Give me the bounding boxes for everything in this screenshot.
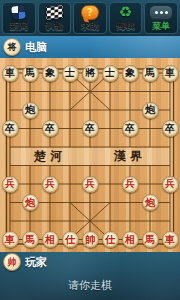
intersection-1-5[interactable]: [100, 82, 120, 101]
black-elephant-piece[interactable]: 象: [122, 65, 139, 82]
intersection-2-2[interactable]: [40, 101, 60, 120]
intersection-8-4[interactable]: [80, 212, 100, 231]
resign-label: 认输: [45, 21, 63, 32]
player-bar: 帅 玩家: [0, 252, 180, 272]
black-soldier-piece[interactable]: 卒: [42, 120, 59, 137]
intersection-9-7[interactable]: 馬: [140, 230, 160, 249]
intersection-4-4[interactable]: [80, 138, 100, 157]
intersection-3-7[interactable]: [140, 119, 160, 138]
black-soldier-piece[interactable]: 卒: [82, 120, 99, 137]
intersection-4-8[interactable]: [160, 138, 180, 157]
help-icon: ?: [81, 5, 99, 21]
intersection-7-2[interactable]: [40, 193, 60, 212]
intersection-2-5[interactable]: [100, 101, 120, 120]
intersection-4-2[interactable]: [40, 138, 60, 157]
intersection-0-6[interactable]: 象: [120, 64, 140, 83]
intersection-2-4[interactable]: [80, 101, 100, 120]
black-elephant-piece[interactable]: 象: [42, 65, 59, 82]
intersection-8-3[interactable]: [60, 212, 80, 231]
intersection-3-4[interactable]: 卒: [80, 119, 100, 138]
red-soldier-piece[interactable]: 兵: [82, 176, 99, 193]
intersection-5-4[interactable]: [80, 156, 100, 175]
opponent-bar: 将 电脑: [0, 36, 180, 58]
intersection-8-8[interactable]: [160, 212, 180, 231]
intersection-2-1[interactable]: 炮: [20, 101, 40, 120]
black-advisor-piece[interactable]: 士: [102, 65, 119, 82]
black-advisor-piece[interactable]: 士: [62, 65, 79, 82]
black-horse-piece[interactable]: 馬: [22, 65, 39, 82]
xiangqi-app: 新局 认输 ? 求助 ♻ 悔棋 菜单 将 电脑: [0, 0, 180, 300]
undo-icon: ♻: [119, 5, 132, 21]
intersection-7-3[interactable]: [60, 193, 80, 212]
intersection-0-0[interactable]: 車: [0, 64, 20, 83]
intersection-9-4[interactable]: 帥: [80, 230, 100, 249]
intersection-7-6[interactable]: [120, 193, 140, 212]
black-chariot-piece[interactable]: 車: [162, 65, 179, 82]
black-cannon-piece[interactable]: 炮: [142, 102, 159, 119]
intersection-1-0[interactable]: [0, 82, 20, 101]
intersection-5-7[interactable]: [140, 156, 160, 175]
intersection-4-1[interactable]: [20, 138, 40, 157]
red-advisor-piece[interactable]: 仕: [62, 231, 79, 248]
intersection-1-1[interactable]: [20, 82, 40, 101]
intersection-4-7[interactable]: [140, 138, 160, 157]
intersection-4-0[interactable]: [0, 138, 20, 157]
intersection-6-3[interactable]: [60, 175, 80, 194]
intersection-6-7[interactable]: [140, 175, 160, 194]
intersection-9-2[interactable]: 相: [40, 230, 60, 249]
black-soldier-piece[interactable]: 卒: [162, 120, 179, 137]
intersection-7-7[interactable]: 炮: [140, 193, 160, 212]
intersection-0-2[interactable]: 象: [40, 64, 60, 83]
intersection-5-2[interactable]: [40, 156, 60, 175]
red-general-piece[interactable]: 帥: [82, 231, 99, 248]
intersection-5-8[interactable]: [160, 156, 180, 175]
intersection-2-0[interactable]: [0, 101, 20, 120]
resign-button[interactable]: 认输: [38, 2, 72, 34]
undo-label: 悔棋: [117, 21, 135, 32]
intersection-0-4[interactable]: 將: [80, 64, 100, 83]
black-horse-piece[interactable]: 馬: [142, 65, 159, 82]
intersection-3-6[interactable]: 卒: [120, 119, 140, 138]
help-button[interactable]: ? 求助: [73, 2, 107, 34]
red-chariot-piece[interactable]: 車: [2, 231, 19, 248]
intersection-9-5[interactable]: 仕: [100, 230, 120, 249]
xiangqi-board: 楚河 漢界 車馬象士將士象馬車炮炮卒卒卒卒卒兵兵兵兵兵炮炮車馬相仕帥仕相馬車: [0, 58, 180, 252]
red-chariot-piece[interactable]: 車: [162, 231, 179, 248]
intersection-7-1[interactable]: 炮: [20, 193, 40, 212]
intersection-7-4[interactable]: [80, 193, 100, 212]
intersection-5-1[interactable]: [20, 156, 40, 175]
intersection-3-0[interactable]: 卒: [0, 119, 20, 138]
intersection-0-5[interactable]: 士: [100, 64, 120, 83]
intersection-1-7[interactable]: [140, 82, 160, 101]
intersection-2-8[interactable]: [160, 101, 180, 120]
red-soldier-piece[interactable]: 兵: [162, 176, 179, 193]
new-game-icon: [12, 5, 25, 21]
red-soldier-piece[interactable]: 兵: [2, 176, 19, 193]
intersection-7-8[interactable]: [160, 193, 180, 212]
intersection-1-3[interactable]: [60, 82, 80, 101]
intersection-6-0[interactable]: 兵: [0, 175, 20, 194]
intersection-1-4[interactable]: [80, 82, 100, 101]
intersection-8-2[interactable]: [40, 212, 60, 231]
black-chariot-piece[interactable]: 車: [2, 65, 19, 82]
intersection-8-0[interactable]: [0, 212, 20, 231]
intersection-5-3[interactable]: [60, 156, 80, 175]
intersection-6-2[interactable]: 兵: [40, 175, 60, 194]
intersection-0-8[interactable]: 車: [160, 64, 180, 83]
menu-icon: [149, 5, 173, 21]
intersection-1-2[interactable]: [40, 82, 60, 101]
intersection-4-5[interactable]: [100, 138, 120, 157]
intersection-0-3[interactable]: 士: [60, 64, 80, 83]
intersection-5-6[interactable]: [120, 156, 140, 175]
intersection-1-6[interactable]: [120, 82, 140, 101]
black-soldier-piece[interactable]: 卒: [2, 120, 19, 137]
bottom-panel: 帅 玩家 请你走棋: [0, 252, 180, 300]
intersection-2-7[interactable]: 炮: [140, 101, 160, 120]
intersection-5-0[interactable]: [0, 156, 20, 175]
black-general-piece[interactable]: 將: [82, 65, 99, 82]
red-soldier-piece[interactable]: 兵: [42, 176, 59, 193]
intersection-5-5[interactable]: [100, 156, 120, 175]
intersection-3-2[interactable]: 卒: [40, 119, 60, 138]
new-game-button[interactable]: 新局: [2, 2, 36, 34]
new-game-label: 新局: [10, 21, 28, 32]
menu-button[interactable]: 菜单: [144, 2, 178, 34]
resign-icon: [46, 5, 63, 21]
red-cannon-piece[interactable]: 炮: [142, 194, 159, 211]
black-general-seat-icon: 将: [3, 38, 21, 56]
intersection-8-1[interactable]: [20, 212, 40, 231]
intersection-0-1[interactable]: 馬: [20, 64, 40, 83]
intersection-8-5[interactable]: [100, 212, 120, 231]
red-elephant-piece[interactable]: 相: [42, 231, 59, 248]
black-cannon-piece[interactable]: 炮: [22, 102, 39, 119]
intersection-3-1[interactable]: [20, 119, 40, 138]
intersection-2-6[interactable]: [120, 101, 140, 120]
toolbar: 新局 认输 ? 求助 ♻ 悔棋 菜单: [0, 0, 180, 36]
red-horse-piece[interactable]: 馬: [142, 231, 159, 248]
intersection-3-8[interactable]: 卒: [160, 119, 180, 138]
intersection-6-1[interactable]: [20, 175, 40, 194]
board-grid: 車馬象士將士象馬車炮炮卒卒卒卒卒兵兵兵兵兵炮炮車馬相仕帥仕相馬車: [0, 64, 180, 249]
red-advisor-piece[interactable]: 仕: [102, 231, 119, 248]
intersection-1-8[interactable]: [160, 82, 180, 101]
intersection-9-0[interactable]: 車: [0, 230, 20, 249]
intersection-6-8[interactable]: 兵: [160, 175, 180, 194]
intersection-3-5[interactable]: [100, 119, 120, 138]
red-elephant-piece[interactable]: 相: [122, 231, 139, 248]
red-horse-piece[interactable]: 馬: [22, 231, 39, 248]
intersection-2-3[interactable]: [60, 101, 80, 120]
intersection-3-3[interactable]: [60, 119, 80, 138]
player-name: 玩家: [25, 255, 47, 270]
menu-label: 菜单: [152, 21, 170, 32]
intersection-7-0[interactable]: [0, 193, 20, 212]
intersection-9-8[interactable]: 車: [160, 230, 180, 249]
intersection-4-6[interactable]: [120, 138, 140, 157]
help-label: 求助: [81, 21, 99, 32]
intersection-4-3[interactable]: [60, 138, 80, 157]
intersection-7-5[interactable]: [100, 193, 120, 212]
intersection-6-5[interactable]: [100, 175, 120, 194]
red-general-seat-icon: 帅: [3, 253, 21, 271]
intersection-6-6[interactable]: 兵: [120, 175, 140, 194]
red-soldier-piece[interactable]: 兵: [122, 176, 139, 193]
intersection-8-7[interactable]: [140, 212, 160, 231]
intersection-9-1[interactable]: 馬: [20, 230, 40, 249]
status-bar: 请你走棋: [0, 272, 180, 298]
intersection-9-3[interactable]: 仕: [60, 230, 80, 249]
intersection-6-4[interactable]: 兵: [80, 175, 100, 194]
intersection-8-6[interactable]: [120, 212, 140, 231]
intersection-9-6[interactable]: 相: [120, 230, 140, 249]
black-soldier-piece[interactable]: 卒: [122, 120, 139, 137]
red-cannon-piece[interactable]: 炮: [22, 194, 39, 211]
undo-button[interactable]: ♻ 悔棋: [109, 2, 143, 34]
status-message: 请你走棋: [68, 278, 112, 293]
intersection-0-7[interactable]: 馬: [140, 64, 160, 83]
opponent-name: 电脑: [25, 40, 47, 55]
